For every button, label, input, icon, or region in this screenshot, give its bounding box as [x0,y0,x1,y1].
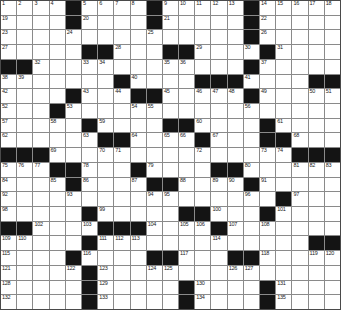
cell-r18-c14[interactable] [211,251,226,265]
cell-r17-c19[interactable] [292,236,307,250]
cell-r12-c3[interactable]: 77 [33,163,48,177]
cell-r19-c7[interactable]: 123 [98,266,113,280]
cell-r6-c18[interactable] [276,75,291,89]
cell-r14-c13[interactable] [195,192,210,206]
cell-r10-c19[interactable]: 68 [292,133,307,147]
cell-r16-c12[interactable]: 105 [179,222,194,236]
cell-r14-c14[interactable] [211,192,226,206]
cell-r14-c12[interactable] [179,192,194,206]
cell-r1-c19[interactable]: 16 [292,1,307,15]
cell-r18-c2[interactable] [17,251,32,265]
cell-r19-c5[interactable]: 122 [66,266,81,280]
cell-r21-c11[interactable] [163,295,178,309]
cell-r16-c6[interactable]: 103 [82,222,97,236]
cell-r11-c8[interactable]: 71 [114,148,129,162]
cell-r20-c7[interactable]: 129 [98,281,113,295]
cell-r10-c4[interactable] [50,133,65,147]
cell-r7-c1[interactable]: 42 [1,89,16,103]
cell-r12-c7[interactable] [98,163,113,177]
cell-r18-c7[interactable] [98,251,113,265]
cell-r9-c7[interactable]: 59 [98,119,113,133]
cell-r15-c4[interactable] [50,207,65,221]
cell-r13-c7[interactable] [98,178,113,192]
cell-r20-c9[interactable] [131,281,146,295]
cell-r2-c11[interactable]: 21 [163,16,178,30]
cell-r8-c19[interactable] [292,104,307,118]
cell-r14-c20[interactable] [309,192,324,206]
cell-r19-c13[interactable] [195,266,210,280]
cell-r2-c19[interactable] [292,16,307,30]
cell-r8-c21[interactable] [325,104,340,118]
cell-r14-c5[interactable]: 93 [66,192,81,206]
cell-r5-c7[interactable]: 34 [98,60,113,74]
cell-r15-c8[interactable] [114,207,129,221]
cell-r11-c14[interactable] [211,148,226,162]
cell-r17-c1[interactable]: 109 [1,236,16,250]
cell-r18-c3[interactable] [33,251,48,265]
cell-r14-c15[interactable] [228,192,243,206]
cell-r13-c6[interactable]: 86 [82,178,97,192]
cell-r15-c10[interactable] [147,207,162,221]
cell-r8-c6[interactable] [82,104,97,118]
cell-r14-c4[interactable] [50,192,65,206]
cell-r2-c3[interactable] [33,16,48,30]
cell-r1-c15[interactable]: 13 [228,1,243,15]
cell-r4-c2[interactable] [17,45,32,59]
cell-r3-c15[interactable] [228,30,243,44]
cell-r2-c14[interactable] [211,16,226,30]
cell-r11-c18[interactable]: 74 [276,148,291,162]
cell-r4-c20[interactable] [309,45,324,59]
cell-r9-c9[interactable] [131,119,146,133]
cell-r7-c11[interactable]: 45 [163,89,178,103]
cell-r2-c4[interactable] [50,16,65,30]
cell-r21-c2[interactable] [17,295,32,309]
cell-r12-c6[interactable]: 78 [82,163,97,177]
cell-r20-c20[interactable] [309,281,324,295]
cell-r16-c13[interactable]: 106 [195,222,210,236]
cell-r6-c10[interactable] [147,75,162,89]
cell-r5-c20[interactable] [309,60,324,74]
cell-r21-c5[interactable] [66,295,81,309]
cell-r5-c11[interactable]: 35 [163,60,178,74]
cell-r6-c6[interactable] [82,75,97,89]
cell-r3-c8[interactable] [114,30,129,44]
cell-r17-c7[interactable]: 111 [98,236,113,250]
cell-r4-c8[interactable]: 28 [114,45,129,59]
cell-r8-c10[interactable]: 55 [147,104,162,118]
cell-r2-c9[interactable] [131,16,146,30]
cell-r5-c8[interactable] [114,60,129,74]
cell-r11-c11[interactable] [163,148,178,162]
cell-r16-c4[interactable] [50,222,65,236]
cell-r5-c13[interactable] [195,60,210,74]
cell-r12-c12[interactable] [179,163,194,177]
cell-r16-c10[interactable]: 104 [147,222,162,236]
cell-r21-c14[interactable] [211,295,226,309]
cell-r17-c17[interactable] [260,236,275,250]
cell-r15-c14[interactable]: 100 [211,207,226,221]
cell-r1-c3[interactable]: 3 [33,1,48,15]
cell-r13-c12[interactable]: 88 [179,178,194,192]
cell-r7-c17[interactable]: 49 [260,89,275,103]
cell-r16-c11[interactable] [163,222,178,236]
cell-r3-c10[interactable]: 25 [147,30,162,44]
cell-r1-c6[interactable]: 5 [82,1,97,15]
cell-r17-c10[interactable] [147,236,162,250]
cell-r20-c14[interactable] [211,281,226,295]
cell-r5-c9[interactable] [131,60,146,74]
cell-r13-c13[interactable] [195,178,210,192]
cell-r19-c8[interactable] [114,266,129,280]
cell-r14-c2[interactable] [17,192,32,206]
cell-r21-c1[interactable]: 132 [1,295,16,309]
cell-r15-c3[interactable] [33,207,48,221]
cell-r3-c3[interactable] [33,30,48,44]
cell-r20-c13[interactable]: 130 [195,281,210,295]
cell-r10-c16[interactable] [244,133,259,147]
cell-r16-c16[interactable] [244,222,259,236]
cell-r10-c14[interactable]: 67 [211,133,226,147]
cell-r13-c21[interactable] [325,178,340,192]
cell-r19-c15[interactable]: 126 [228,266,243,280]
cell-r14-c9[interactable] [131,192,146,206]
cell-r9-c10[interactable] [147,119,162,133]
cell-r7-c21[interactable]: 51 [325,89,340,103]
cell-r15-c9[interactable] [131,207,146,221]
cell-r21-c9[interactable] [131,295,146,309]
cell-r7-c15[interactable]: 48 [228,89,243,103]
cell-r20-c16[interactable] [244,281,259,295]
cell-r10-c11[interactable]: 65 [163,133,178,147]
cell-r19-c10[interactable]: 124 [147,266,162,280]
cell-r17-c5[interactable] [66,236,81,250]
cell-r8-c11[interactable] [163,104,178,118]
cell-r19-c14[interactable] [211,266,226,280]
cell-r17-c3[interactable] [33,236,48,250]
cell-r3-c19[interactable] [292,30,307,44]
cell-r1-c11[interactable]: 9 [163,1,178,15]
cell-r18-c13[interactable] [195,251,210,265]
cell-r18-c12[interactable]: 117 [179,251,194,265]
cell-r2-c15[interactable] [228,16,243,30]
cell-r3-c9[interactable] [131,30,146,44]
cell-r6-c19[interactable] [292,75,307,89]
cell-r17-c15[interactable] [228,236,243,250]
cell-r16-c3[interactable]: 102 [33,222,48,236]
cell-r19-c2[interactable] [17,266,32,280]
cell-r16-c20[interactable] [309,222,324,236]
cell-r17-c8[interactable]: 112 [114,236,129,250]
cell-r4-c16[interactable]: 30 [244,45,259,59]
cell-r4-c1[interactable]: 27 [1,45,16,59]
cell-r1-c7[interactable]: 6 [98,1,113,15]
cell-r14-c17[interactable] [260,192,275,206]
cell-r2-c20[interactable] [309,16,324,30]
cell-r5-c6[interactable]: 33 [82,60,97,74]
cell-r18-c9[interactable] [131,251,146,265]
cell-r13-c19[interactable] [292,178,307,192]
cell-r13-c1[interactable]: 84 [1,178,16,192]
cell-r7-c6[interactable]: 43 [82,89,97,103]
cell-r18-c20[interactable]: 119 [309,251,324,265]
cell-r21-c16[interactable] [244,295,259,309]
cell-r16-c21[interactable] [325,222,340,236]
cell-r15-c7[interactable]: 99 [98,207,113,221]
cell-r15-c1[interactable]: 98 [1,207,16,221]
cell-r5-c17[interactable]: 37 [260,60,275,74]
cell-r16-c19[interactable] [292,222,307,236]
cell-r8-c7[interactable] [98,104,113,118]
cell-r20-c15[interactable] [228,281,243,295]
cell-r14-c8[interactable] [114,192,129,206]
cell-r9-c18[interactable]: 61 [276,119,291,133]
cell-r19-c16[interactable]: 127 [244,266,259,280]
cell-r9-c4[interactable]: 58 [50,119,65,133]
cell-r8-c12[interactable] [179,104,194,118]
cell-r1-c2[interactable]: 2 [17,1,32,15]
cell-r18-c21[interactable]: 120 [325,251,340,265]
cell-r15-c18[interactable]: 101 [276,207,291,221]
cell-r13-c17[interactable]: 91 [260,178,275,192]
cell-r21-c4[interactable] [50,295,65,309]
cell-r17-c14[interactable]: 114 [211,236,226,250]
cell-r15-c21[interactable] [325,207,340,221]
cell-r10-c3[interactable] [33,133,48,147]
cell-r15-c2[interactable] [17,207,32,221]
cell-r4-c14[interactable] [211,45,226,59]
cell-r5-c18[interactable] [276,60,291,74]
cell-r16-c18[interactable] [276,222,291,236]
cell-r14-c21[interactable] [325,192,340,206]
cell-r11-c6[interactable] [82,148,97,162]
cell-r2-c13[interactable] [195,16,210,30]
cell-r6-c5[interactable] [66,75,81,89]
cell-r10-c21[interactable] [325,133,340,147]
cell-r15-c5[interactable] [66,207,81,221]
cell-r9-c3[interactable] [33,119,48,133]
cell-r17-c2[interactable]: 110 [17,236,32,250]
cell-r12-c2[interactable]: 76 [17,163,32,177]
cell-r1-c17[interactable]: 14 [260,1,275,15]
cell-r20-c11[interactable] [163,281,178,295]
cell-r16-c15[interactable]: 107 [228,222,243,236]
cell-r13-c4[interactable]: 85 [50,178,65,192]
cell-r14-c19[interactable]: 97 [292,192,307,206]
cell-r2-c17[interactable]: 22 [260,16,275,30]
cell-r6-c4[interactable] [50,75,65,89]
cell-r18-c6[interactable]: 116 [82,251,97,265]
cell-r11-c9[interactable] [131,148,146,162]
cell-r19-c21[interactable] [325,266,340,280]
cell-r21-c3[interactable] [33,295,48,309]
cell-r9-c14[interactable] [211,119,226,133]
cell-r11-c10[interactable] [147,148,162,162]
cell-r14-c16[interactable]: 96 [244,192,259,206]
cell-r15-c11[interactable] [163,207,178,221]
cell-r21-c19[interactable] [292,295,307,309]
cell-r2-c6[interactable]: 20 [82,16,97,30]
cell-r17-c13[interactable] [195,236,210,250]
cell-r6-c17[interactable] [260,75,275,89]
cell-r6-c12[interactable] [179,75,194,89]
cell-r3-c5[interactable]: 24 [66,30,81,44]
cell-r3-c14[interactable] [211,30,226,44]
cell-r19-c18[interactable] [276,266,291,280]
cell-r17-c12[interactable] [179,236,194,250]
cell-r12-c16[interactable]: 80 [244,163,259,177]
cell-r19-c20[interactable] [309,266,324,280]
cell-r2-c12[interactable] [179,16,194,30]
cell-r8-c1[interactable]: 52 [1,104,16,118]
cell-r5-c12[interactable]: 36 [179,60,194,74]
cell-r20-c18[interactable]: 131 [276,281,291,295]
cell-r3-c21[interactable] [325,30,340,44]
cell-r12-c1[interactable]: 75 [1,163,16,177]
cell-r16-c17[interactable]: 108 [260,222,275,236]
cell-r5-c5[interactable] [66,60,81,74]
cell-r3-c13[interactable] [195,30,210,44]
cell-r3-c11[interactable] [163,30,178,44]
cell-r18-c4[interactable] [50,251,65,265]
cell-r18-c19[interactable] [292,251,307,265]
cell-r14-c11[interactable]: 95 [163,192,178,206]
cell-r1-c18[interactable]: 15 [276,1,291,15]
cell-r4-c21[interactable] [325,45,340,59]
cell-r13-c8[interactable] [114,178,129,192]
cell-r21-c20[interactable] [309,295,324,309]
cell-r12-c8[interactable] [114,163,129,177]
cell-r10-c2[interactable] [17,133,32,147]
cell-r10-c9[interactable]: 64 [131,133,146,147]
cell-r8-c18[interactable] [276,104,291,118]
cell-r12-c20[interactable]: 82 [309,163,324,177]
cell-r9-c5[interactable] [66,119,81,133]
cell-r10-c10[interactable] [147,133,162,147]
cell-r4-c15[interactable] [228,45,243,59]
cell-r13-c2[interactable] [17,178,32,192]
cell-r17-c4[interactable] [50,236,65,250]
cell-r3-c7[interactable] [98,30,113,44]
cell-r8-c8[interactable] [114,104,129,118]
cell-r11-c15[interactable] [228,148,243,162]
cell-r8-c13[interactable] [195,104,210,118]
cell-r12-c11[interactable] [163,163,178,177]
cell-r17-c18[interactable] [276,236,291,250]
cell-r10-c6[interactable]: 63 [82,133,97,147]
cell-r13-c3[interactable] [33,178,48,192]
cell-r10-c15[interactable] [228,133,243,147]
cell-r3-c4[interactable] [50,30,65,44]
cell-r20-c8[interactable] [114,281,129,295]
cell-r8-c9[interactable]: 54 [131,104,146,118]
cell-r7-c7[interactable] [98,89,113,103]
cell-r11-c12[interactable] [179,148,194,162]
cell-r14-c3[interactable] [33,192,48,206]
cell-r1-c4[interactable]: 4 [50,1,65,15]
cell-r5-c15[interactable] [228,60,243,74]
cell-r1-c12[interactable]: 10 [179,1,194,15]
cell-r19-c1[interactable]: 121 [1,266,16,280]
cell-r3-c18[interactable] [276,30,291,44]
cell-r11-c13[interactable]: 72 [195,148,210,162]
cell-r3-c20[interactable] [309,30,324,44]
cell-r13-c9[interactable]: 87 [131,178,146,192]
cell-r6-c11[interactable] [163,75,178,89]
cell-r17-c11[interactable] [163,236,178,250]
cell-r11-c5[interactable] [66,148,81,162]
cell-r7-c3[interactable] [33,89,48,103]
cell-r3-c6[interactable] [82,30,97,44]
cell-r16-c5[interactable] [66,222,81,236]
cell-r17-c9[interactable]: 113 [131,236,146,250]
cell-r19-c11[interactable]: 125 [163,266,178,280]
cell-r9-c20[interactable] [309,119,324,133]
cell-r21-c18[interactable]: 135 [276,295,291,309]
cell-r9-c13[interactable]: 60 [195,119,210,133]
cell-r4-c13[interactable]: 29 [195,45,210,59]
cell-r9-c8[interactable] [114,119,129,133]
cell-r2-c21[interactable] [325,16,340,30]
cell-r20-c21[interactable] [325,281,340,295]
cell-r6-c16[interactable]: 41 [244,75,259,89]
cell-r2-c2[interactable] [17,16,32,30]
cell-r20-c10[interactable] [147,281,162,295]
cell-r15-c20[interactable] [309,207,324,221]
cell-r18-c1[interactable]: 115 [1,251,16,265]
cell-r3-c17[interactable]: 26 [260,30,275,44]
cell-r21-c15[interactable] [228,295,243,309]
cell-r21-c8[interactable] [114,295,129,309]
cell-r2-c8[interactable] [114,16,129,30]
cell-r1-c8[interactable]: 7 [114,1,129,15]
cell-r11-c16[interactable] [244,148,259,162]
cell-r4-c4[interactable] [50,45,65,59]
cell-r19-c17[interactable] [260,266,275,280]
cell-r8-c16[interactable]: 56 [244,104,259,118]
cell-r5-c10[interactable] [147,60,162,74]
cell-r20-c5[interactable] [66,281,81,295]
cell-r7-c20[interactable]: 50 [309,89,324,103]
cell-r20-c4[interactable] [50,281,65,295]
cell-r17-c16[interactable] [244,236,259,250]
cell-r8-c15[interactable] [228,104,243,118]
cell-r8-c3[interactable] [33,104,48,118]
cell-r5-c19[interactable] [292,60,307,74]
cell-r9-c19[interactable] [292,119,307,133]
cell-r21-c7[interactable]: 133 [98,295,113,309]
cell-r6-c7[interactable] [98,75,113,89]
cell-r6-c3[interactable] [33,75,48,89]
cell-r15-c19[interactable] [292,207,307,221]
cell-r12-c19[interactable]: 81 [292,163,307,177]
cell-r1-c20[interactable]: 17 [309,1,324,15]
cell-r1-c9[interactable]: 8 [131,1,146,15]
cell-r8-c2[interactable] [17,104,32,118]
cell-r12-c18[interactable] [276,163,291,177]
cell-r7-c19[interactable] [292,89,307,103]
cell-r6-c2[interactable]: 39 [17,75,32,89]
cell-r15-c15[interactable] [228,207,243,221]
cell-r4-c19[interactable] [292,45,307,59]
cell-r8-c14[interactable] [211,104,226,118]
cell-r4-c18[interactable]: 31 [276,45,291,59]
cell-r3-c12[interactable] [179,30,194,44]
cell-r12-c21[interactable]: 83 [325,163,340,177]
cell-r11-c4[interactable]: 69 [50,148,65,162]
cell-r1-c14[interactable]: 12 [211,1,226,15]
cell-r20-c1[interactable]: 128 [1,281,16,295]
